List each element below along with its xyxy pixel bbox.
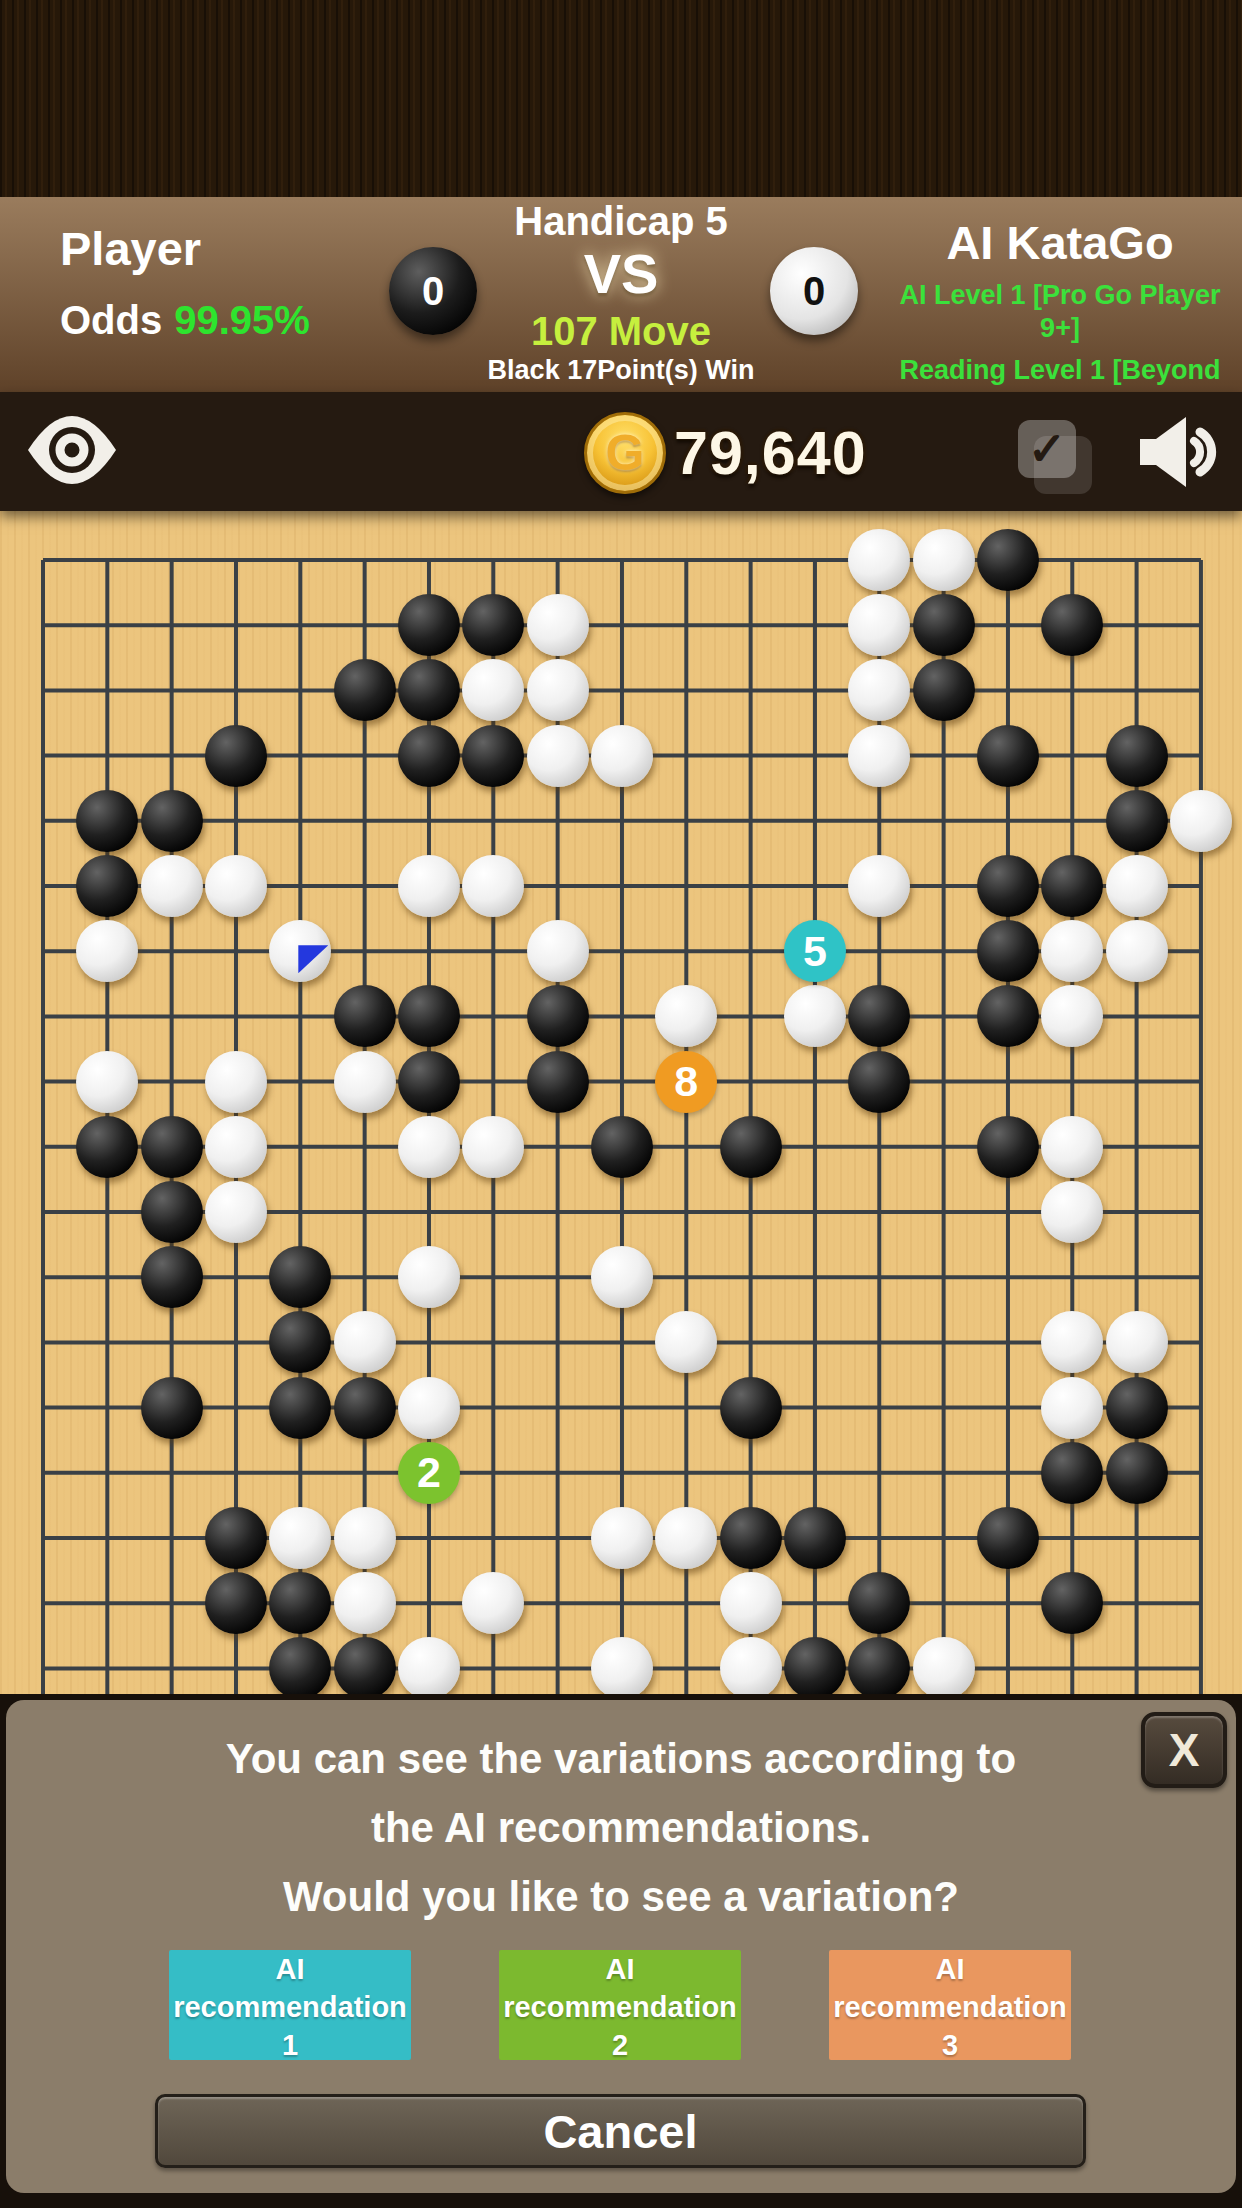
ai-recommendation-1-button[interactable]: AI recommendation 1 <box>169 1950 411 2060</box>
coin-amount: 79,640 <box>674 418 867 488</box>
stone-black <box>848 1051 910 1113</box>
stone-white <box>334 1051 396 1113</box>
ai-block: AI KataGo AI Level 1 [Pro Go Player 9+] … <box>884 215 1236 420</box>
ai-recommendation-marker-5[interactable]: 5 <box>784 920 846 982</box>
stone-white <box>848 725 910 787</box>
stone-white <box>527 920 589 982</box>
stone-black <box>205 725 267 787</box>
stone-black <box>269 1377 331 1439</box>
ai-recommendation-3-button[interactable]: AI recommendation 3 <box>829 1950 1071 2060</box>
ai-recommendation-marker-2[interactable]: 2 <box>398 1442 460 1504</box>
stone-black <box>784 1637 846 1699</box>
stone-white <box>591 1246 653 1308</box>
stone-black <box>205 1572 267 1634</box>
cancel-button[interactable]: Cancel <box>155 2094 1086 2168</box>
dialog-line-1: You can see the variations according to <box>6 1724 1236 1793</box>
stone-white <box>591 1637 653 1699</box>
stone-black <box>141 1116 203 1178</box>
white-captures-stone: 0 <box>770 247 858 335</box>
stone-white <box>398 1116 460 1178</box>
dialog-panel: X You can see the variations according t… <box>0 1694 1242 2208</box>
stone-black <box>913 594 975 656</box>
score-estimate: Black 17Point(s) Win <box>421 355 821 386</box>
player-block: Player Odds99.95% <box>60 221 310 343</box>
stone-white <box>591 1507 653 1569</box>
white-captures-count: 0 <box>803 269 825 314</box>
app-screen: Player Odds99.95% 0 Handicap 5 VS 107 Mo… <box>0 0 1242 2208</box>
rec3-line1: AI <box>829 1950 1071 1988</box>
stone-white <box>398 855 460 917</box>
stone-white <box>141 855 203 917</box>
ai-recommendation-2-button[interactable]: AI recommendation 2 <box>499 1950 741 2060</box>
stone-white <box>462 1116 524 1178</box>
stone-white <box>76 1051 138 1113</box>
stone-black <box>1106 790 1168 852</box>
stone-white <box>848 529 910 591</box>
stone-white <box>1041 1377 1103 1439</box>
stone-black <box>334 659 396 721</box>
coin-letter: G <box>606 424 645 482</box>
stone-white <box>527 725 589 787</box>
stone-black <box>398 659 460 721</box>
stone-black <box>720 1116 782 1178</box>
stone-black <box>141 1181 203 1243</box>
stone-black <box>1041 1442 1103 1504</box>
stone-black <box>1041 855 1103 917</box>
vs-label: VS <box>481 241 761 306</box>
stone-white <box>334 1311 396 1373</box>
stone-white <box>591 725 653 787</box>
stone-white <box>1041 920 1103 982</box>
stone-white <box>1041 1181 1103 1243</box>
ai-level-line1: AI Level 1 [Pro Go Player 9+] <box>884 279 1236 345</box>
stone-white <box>527 594 589 656</box>
eye-icon[interactable] <box>26 414 118 486</box>
stone-white <box>398 1377 460 1439</box>
stone-white <box>205 855 267 917</box>
stone-black <box>1041 1572 1103 1634</box>
stone-white <box>334 1572 396 1634</box>
stone-black <box>1106 1377 1168 1439</box>
player-odds: Odds99.95% <box>60 298 310 343</box>
stone-white <box>720 1572 782 1634</box>
stone-white <box>913 529 975 591</box>
stone-black <box>527 985 589 1047</box>
stone-white <box>848 855 910 917</box>
rec2-line2: recommendation 2 <box>499 1988 741 2064</box>
match-info: Handicap 5 VS 107 Move Black 17Point(s) … <box>481 197 761 392</box>
stone-white <box>205 1051 267 1113</box>
stone-white <box>269 1507 331 1569</box>
stone-black <box>141 790 203 852</box>
stone-white <box>1106 920 1168 982</box>
stone-black <box>334 985 396 1047</box>
stone-black <box>205 1507 267 1569</box>
stone-white <box>784 985 846 1047</box>
stone-white <box>1041 1116 1103 1178</box>
stone-black <box>334 1377 396 1439</box>
stone-black <box>913 659 975 721</box>
stone-white <box>462 855 524 917</box>
stone-black <box>398 985 460 1047</box>
rec1-line1: AI <box>169 1950 411 1988</box>
stone-black <box>977 1116 1039 1178</box>
player-name: Player <box>60 221 310 276</box>
stone-white <box>205 1181 267 1243</box>
stone-black <box>1106 725 1168 787</box>
match-header: Player Odds99.95% 0 Handicap 5 VS 107 Mo… <box>0 197 1242 392</box>
stone-white <box>1106 855 1168 917</box>
stone-black <box>1041 594 1103 656</box>
checkbox-check: ✓ <box>1018 420 1076 478</box>
stone-black <box>398 725 460 787</box>
dialog-line-2: the AI recommendations. <box>6 1793 1236 1862</box>
stone-black <box>398 594 460 656</box>
moves-checkbox-icon[interactable]: ✓ <box>1018 420 1096 498</box>
stone-white <box>398 1246 460 1308</box>
dialog-line-3: Would you like to see a variation? <box>6 1862 1236 1931</box>
rec1-line2: recommendation 1 <box>169 1988 411 2064</box>
stone-black <box>141 1377 203 1439</box>
stone-white <box>1106 1311 1168 1373</box>
stone-black <box>977 985 1039 1047</box>
stone-black <box>76 790 138 852</box>
black-captures-stone: 0 <box>389 247 477 335</box>
odds-value: 99.95% <box>174 298 310 342</box>
stone-white <box>398 1637 460 1699</box>
stone-white <box>334 1507 396 1569</box>
speaker-icon[interactable] <box>1138 412 1218 492</box>
stone-black <box>977 855 1039 917</box>
stone-black <box>76 855 138 917</box>
rec2-line1: AI <box>499 1950 741 1988</box>
stone-black <box>720 1377 782 1439</box>
stone-white <box>527 659 589 721</box>
stone-black <box>977 529 1039 591</box>
stone-black <box>398 1051 460 1113</box>
stone-black <box>462 725 524 787</box>
odds-label: Odds <box>60 298 162 342</box>
stone-white <box>720 1637 782 1699</box>
top-wood-background <box>0 0 1242 197</box>
toolbar: G 79,640 ✓ <box>0 392 1242 511</box>
move-count: 107 Move <box>481 309 761 354</box>
stone-black <box>141 1246 203 1308</box>
stone-black <box>76 1116 138 1178</box>
stone-white <box>205 1116 267 1178</box>
stone-black <box>527 1051 589 1113</box>
stone-black <box>1106 1442 1168 1504</box>
stone-black <box>977 920 1039 982</box>
stone-black <box>334 1637 396 1699</box>
stone-black <box>784 1507 846 1569</box>
ai-name: AI KataGo <box>884 215 1236 270</box>
ai-recommendation-marker-8[interactable]: 8 <box>655 1051 717 1113</box>
handicap-label: Handicap 5 <box>481 199 761 244</box>
stone-black <box>977 725 1039 787</box>
variation-dialog: X You can see the variations according t… <box>6 1700 1236 2193</box>
stone-white <box>655 1507 717 1569</box>
stone-black <box>591 1116 653 1178</box>
coin-display: G 79,640 <box>584 411 867 495</box>
coin-icon: G <box>584 412 666 494</box>
stone-black <box>977 1507 1039 1569</box>
stone-white <box>913 1637 975 1699</box>
black-captures-count: 0 <box>422 269 444 314</box>
stone-white <box>1170 790 1232 852</box>
dialog-message: You can see the variations according to … <box>6 1724 1236 1931</box>
stone-black <box>720 1507 782 1569</box>
rec3-line2: recommendation 3 <box>829 1988 1071 2064</box>
